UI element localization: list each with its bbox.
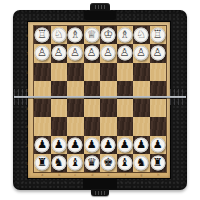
black-piece-glyph: ♟	[35, 137, 50, 152]
file-labels: abcdefgh	[34, 171, 166, 178]
piece-disc-wP-b7[interactable]: ♙	[51, 46, 66, 61]
square-h1[interactable]: ♜	[150, 154, 167, 172]
piece-disc-bQ-d1[interactable]: ♛	[84, 155, 99, 170]
square-f4[interactable]	[117, 99, 134, 117]
piece-disc-bN-g1[interactable]: ♞	[134, 155, 149, 170]
piece-disc-bP-d2[interactable]: ♟	[84, 137, 99, 152]
square-b4[interactable]	[51, 99, 68, 117]
board-grid: ♖♘♗♕♔♗♘♖♙♙♙♙♙♙♙♙♟♟♟♟♟♟♟♟♜♞♝♛♚♝♞♜	[34, 26, 166, 172]
square-a2[interactable]: ♟	[34, 136, 51, 154]
square-h4[interactable]	[150, 99, 167, 117]
piece-disc-bB-f1[interactable]: ♝	[117, 155, 132, 170]
white-piece-glyph: ♖	[150, 27, 165, 42]
black-piece-glyph: ♜	[35, 155, 50, 170]
square-a6[interactable]	[34, 63, 51, 81]
piece-disc-bP-b2[interactable]: ♟	[51, 137, 66, 152]
square-c6[interactable]	[67, 63, 84, 81]
square-d1[interactable]: ♛	[84, 154, 101, 172]
rank-label-6: 6	[25, 67, 28, 77]
piece-disc-wP-f7[interactable]: ♙	[117, 46, 132, 61]
piece-disc-bP-e2[interactable]: ♟	[101, 137, 116, 152]
square-a4[interactable]	[34, 99, 51, 117]
black-piece-glyph: ♛	[84, 155, 99, 170]
black-piece-glyph: ♞	[134, 155, 149, 170]
square-d8[interactable]: ♕	[84, 26, 101, 44]
square-d6[interactable]	[84, 63, 101, 81]
chess-board: ♖♘♗♕♔♗♘♖♙♙♙♙♙♙♙♙♟♟♟♟♟♟♟♟♜♞♝♛♚♝♞♜	[28, 22, 170, 178]
piece-disc-bP-f2[interactable]: ♟	[117, 137, 132, 152]
rank-label-1: 1	[25, 158, 28, 168]
piece-disc-bN-b1[interactable]: ♞	[51, 155, 66, 170]
rank-label-2: 2	[25, 140, 28, 150]
piece-disc-wP-e7[interactable]: ♙	[101, 46, 116, 61]
square-f7[interactable]: ♙	[117, 44, 134, 62]
square-d3[interactable]	[84, 117, 101, 135]
square-c2[interactable]: ♟	[67, 136, 84, 154]
square-c8[interactable]: ♗	[67, 26, 84, 44]
black-piece-glyph: ♟	[68, 137, 83, 152]
black-piece-glyph: ♜	[150, 155, 165, 170]
square-c3[interactable]	[67, 117, 84, 135]
square-h6[interactable]	[150, 63, 167, 81]
white-piece-glyph: ♙	[134, 45, 149, 60]
fold-clasp-bottom[interactable]	[91, 189, 109, 196]
piece-disc-wB-f8[interactable]: ♗	[117, 28, 132, 43]
piece-disc-wK-e8[interactable]: ♔	[101, 28, 116, 43]
square-g7[interactable]: ♙	[133, 44, 150, 62]
fold-hinge-seam	[14, 96, 186, 98]
white-piece-glyph: ♗	[68, 27, 83, 42]
square-e7[interactable]: ♙	[100, 44, 117, 62]
black-piece-glyph: ♟	[134, 137, 149, 152]
white-piece-glyph: ♙	[101, 45, 116, 60]
file-label-d: d	[87, 173, 96, 177]
piece-disc-wP-h7[interactable]: ♙	[150, 46, 165, 61]
square-b1[interactable]: ♞	[51, 154, 68, 172]
square-h8[interactable]: ♖	[150, 26, 167, 44]
square-g1[interactable]: ♞	[133, 154, 150, 172]
square-h3[interactable]	[150, 117, 167, 135]
square-f2[interactable]: ♟	[117, 136, 134, 154]
black-piece-glyph: ♟	[84, 137, 99, 152]
square-e1[interactable]: ♚	[100, 154, 117, 172]
square-c4[interactable]	[67, 99, 84, 117]
rank-label-3: 3	[25, 121, 28, 131]
piece-disc-bK-e1[interactable]: ♚	[101, 155, 116, 170]
pocket-chess-set-photo: ♖♘♗♕♔♗♘♖♙♙♙♙♙♙♙♙♟♟♟♟♟♟♟♟♜♞♝♛♚♝♞♜ 8765432…	[0, 0, 200, 200]
piece-disc-wP-d7[interactable]: ♙	[84, 46, 99, 61]
file-label-h: h	[153, 173, 162, 177]
square-g2[interactable]: ♟	[133, 136, 150, 154]
square-e2[interactable]: ♟	[100, 136, 117, 154]
square-a8[interactable]: ♖	[34, 26, 51, 44]
piece-disc-bR-h1[interactable]: ♜	[150, 155, 165, 170]
piece-disc-wQ-d8[interactable]: ♕	[84, 28, 99, 43]
piece-disc-wN-b8[interactable]: ♘	[51, 28, 66, 43]
square-h2[interactable]: ♟	[150, 136, 167, 154]
square-g4[interactable]	[133, 99, 150, 117]
black-piece-glyph: ♟	[117, 137, 132, 152]
piece-disc-bR-a1[interactable]: ♜	[35, 155, 50, 170]
black-piece-glyph: ♟	[51, 137, 66, 152]
piece-disc-wR-h8[interactable]: ♖	[150, 28, 165, 43]
piece-disc-wN-g8[interactable]: ♘	[134, 28, 149, 43]
white-piece-glyph: ♙	[68, 45, 83, 60]
square-a7[interactable]: ♙	[34, 44, 51, 62]
square-b6[interactable]	[51, 63, 68, 81]
clasp-ridges-icon	[95, 191, 105, 195]
black-piece-glyph: ♟	[101, 137, 116, 152]
piece-disc-bP-g2[interactable]: ♟	[134, 137, 149, 152]
square-c1[interactable]: ♝	[67, 154, 84, 172]
file-label-f: f	[120, 173, 129, 177]
piece-disc-wP-c7[interactable]: ♙	[68, 46, 83, 61]
square-h7[interactable]: ♙	[150, 44, 167, 62]
square-b2[interactable]: ♟	[51, 136, 68, 154]
square-b8[interactable]: ♘	[51, 26, 68, 44]
white-piece-glyph: ♔	[101, 27, 116, 42]
square-e4[interactable]	[100, 99, 117, 117]
piece-disc-bB-c1[interactable]: ♝	[68, 155, 83, 170]
square-a1[interactable]: ♜	[34, 154, 51, 172]
clasp-recess-bottom	[83, 178, 117, 189]
square-d7[interactable]: ♙	[84, 44, 101, 62]
square-a3[interactable]	[34, 117, 51, 135]
square-f3[interactable]	[117, 117, 134, 135]
piece-disc-wP-g7[interactable]: ♙	[134, 46, 149, 61]
file-label-e: e	[104, 173, 113, 177]
white-piece-glyph: ♙	[84, 45, 99, 60]
piece-disc-wP-a7[interactable]: ♙	[35, 46, 50, 61]
piece-disc-wB-c8[interactable]: ♗	[68, 28, 83, 43]
square-f8[interactable]: ♗	[117, 26, 134, 44]
square-b7[interactable]: ♙	[51, 44, 68, 62]
rank-label-7: 7	[25, 48, 28, 58]
black-piece-glyph: ♚	[101, 155, 116, 170]
piece-disc-bP-c2[interactable]: ♟	[68, 137, 83, 152]
file-label-g: g	[137, 173, 146, 177]
white-piece-glyph: ♙	[51, 45, 66, 60]
square-c7[interactable]: ♙	[67, 44, 84, 62]
clasp-recess-top	[84, 11, 116, 20]
square-d4[interactable]	[84, 99, 101, 117]
piece-disc-bP-a2[interactable]: ♟	[35, 137, 50, 152]
white-piece-glyph: ♖	[35, 27, 50, 42]
square-d2[interactable]: ♟	[84, 136, 101, 154]
square-f1[interactable]: ♝	[117, 154, 134, 172]
black-piece-glyph: ♞	[51, 155, 66, 170]
clasp-ridges-icon	[95, 5, 105, 9]
file-label-a: a	[38, 173, 47, 177]
rank-label-8: 8	[25, 30, 28, 40]
white-piece-glyph: ♙	[117, 45, 132, 60]
square-g6[interactable]	[133, 63, 150, 81]
square-g8[interactable]: ♘	[133, 26, 150, 44]
white-piece-glyph: ♙	[35, 45, 50, 60]
black-piece-glyph: ♝	[68, 155, 83, 170]
square-e8[interactable]: ♔	[100, 26, 117, 44]
piece-disc-wR-a8[interactable]: ♖	[35, 28, 50, 43]
piece-disc-bP-h2[interactable]: ♟	[150, 137, 165, 152]
square-g3[interactable]	[133, 117, 150, 135]
file-label-c: c	[71, 173, 80, 177]
white-piece-glyph: ♘	[51, 27, 66, 42]
square-e3[interactable]	[100, 117, 117, 135]
square-f6[interactable]	[117, 63, 134, 81]
white-piece-glyph: ♕	[84, 27, 99, 42]
square-b3[interactable]	[51, 117, 68, 135]
file-label-b: b	[54, 173, 63, 177]
white-piece-glyph: ♙	[150, 45, 165, 60]
black-piece-glyph: ♝	[117, 155, 132, 170]
white-piece-glyph: ♘	[134, 27, 149, 42]
square-e6[interactable]	[100, 63, 117, 81]
white-piece-glyph: ♗	[117, 27, 132, 42]
black-piece-glyph: ♟	[150, 137, 165, 152]
